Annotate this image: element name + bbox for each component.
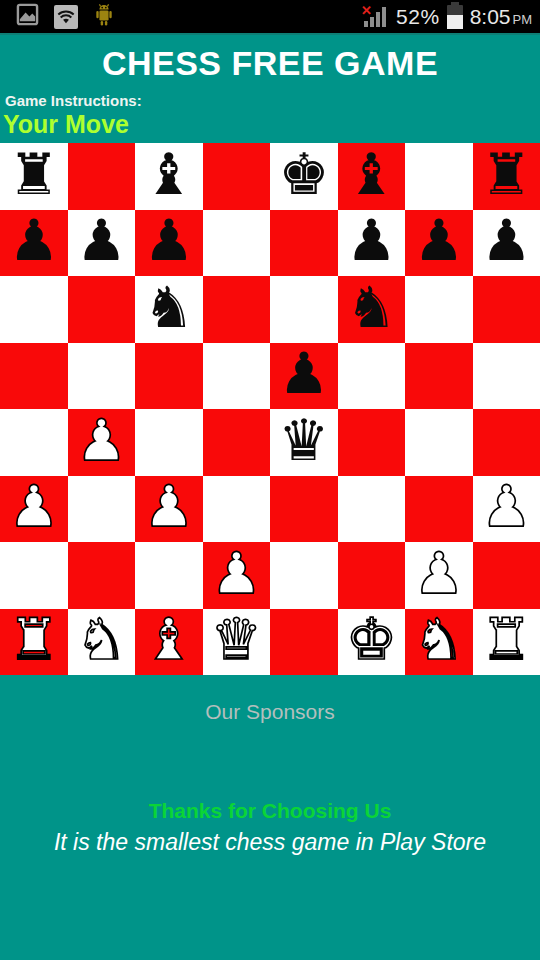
square-f4[interactable] [338, 409, 406, 476]
piece-black-pawn[interactable]: ♟ [143, 212, 194, 269]
square-e1[interactable] [270, 609, 338, 676]
square-g4[interactable] [405, 409, 473, 476]
android-icon [93, 3, 115, 31]
square-h8[interactable]: ♜ [473, 143, 540, 210]
square-h5[interactable] [473, 343, 540, 410]
square-c8[interactable]: ♝ [135, 143, 203, 210]
clock-ampm: PM [513, 12, 533, 27]
square-f2[interactable] [338, 542, 406, 609]
piece-black-knight[interactable]: ♞ [143, 279, 194, 336]
square-b3[interactable] [68, 476, 136, 543]
app-screen: ✕ 52% 8:05PM CHESS FREE GAME Game Instru… [0, 0, 540, 960]
square-c4[interactable] [135, 409, 203, 476]
piece-white-bishop[interactable]: ♝ [143, 611, 194, 668]
square-e8[interactable]: ♚ [270, 143, 338, 210]
square-e2[interactable] [270, 542, 338, 609]
square-g6[interactable] [405, 276, 473, 343]
sponsors-label: Our Sponsors [0, 700, 540, 724]
square-g1[interactable]: ♞ [405, 609, 473, 676]
piece-black-pawn[interactable]: ♟ [8, 212, 59, 269]
square-e5[interactable]: ♟ [270, 343, 338, 410]
piece-black-pawn[interactable]: ♟ [481, 212, 532, 269]
square-f8[interactable]: ♝ [338, 143, 406, 210]
battery-icon [447, 5, 463, 29]
square-d5[interactable] [203, 343, 271, 410]
square-e7[interactable] [270, 210, 338, 277]
square-h1[interactable]: ♜ [473, 609, 540, 676]
square-h4[interactable] [473, 409, 540, 476]
tagline-message: It is the smallest chess game in Play St… [0, 829, 540, 856]
square-h6[interactable] [473, 276, 540, 343]
square-a1[interactable]: ♜ [0, 609, 68, 676]
square-c2[interactable] [135, 542, 203, 609]
square-b2[interactable] [68, 542, 136, 609]
square-e6[interactable] [270, 276, 338, 343]
square-h2[interactable] [473, 542, 540, 609]
square-b7[interactable]: ♟ [68, 210, 136, 277]
square-a6[interactable] [0, 276, 68, 343]
square-h3[interactable]: ♟ [473, 476, 540, 543]
square-f5[interactable] [338, 343, 406, 410]
square-c1[interactable]: ♝ [135, 609, 203, 676]
square-g2[interactable]: ♟ [405, 542, 473, 609]
piece-black-pawn[interactable]: ♟ [413, 212, 464, 269]
square-a3[interactable]: ♟ [0, 476, 68, 543]
square-a4[interactable] [0, 409, 68, 476]
square-d6[interactable] [203, 276, 271, 343]
piece-black-queen[interactable]: ♛ [278, 412, 329, 469]
piece-white-queen[interactable]: ♛ [211, 611, 262, 668]
square-f3[interactable] [338, 476, 406, 543]
no-signal-x-icon: ✕ [361, 3, 372, 18]
square-g5[interactable] [405, 343, 473, 410]
status-bar: ✕ 52% 8:05PM [0, 0, 540, 35]
piece-white-pawn[interactable]: ♟ [413, 545, 464, 602]
gallery-icon [16, 3, 39, 30]
piece-white-rook[interactable]: ♜ [8, 611, 59, 668]
square-a2[interactable] [0, 542, 68, 609]
square-a7[interactable]: ♟ [0, 210, 68, 277]
square-f1[interactable]: ♚ [338, 609, 406, 676]
piece-white-king[interactable]: ♚ [346, 611, 397, 668]
chess-board[interactable]: ♜♝♚♝♜♟♟♟♟♟♟♞♞♟♟♛♟♟♟♟♟♜♞♝♛♚♞♜ [0, 143, 540, 675]
square-c7[interactable]: ♟ [135, 210, 203, 277]
square-c3[interactable]: ♟ [135, 476, 203, 543]
game-instructions-label: Game Instructions: [5, 92, 142, 109]
piece-white-knight[interactable]: ♞ [413, 611, 464, 668]
piece-white-pawn[interactable]: ♟ [76, 412, 127, 469]
square-d2[interactable]: ♟ [203, 542, 271, 609]
piece-black-pawn[interactable]: ♟ [346, 212, 397, 269]
square-g8[interactable] [405, 143, 473, 210]
piece-white-rook[interactable]: ♜ [481, 611, 532, 668]
piece-white-pawn[interactable]: ♟ [211, 545, 262, 602]
square-g7[interactable]: ♟ [405, 210, 473, 277]
piece-black-rook[interactable]: ♜ [8, 146, 59, 203]
square-d4[interactable] [203, 409, 271, 476]
square-e3[interactable] [270, 476, 338, 543]
square-e4[interactable]: ♛ [270, 409, 338, 476]
piece-black-king[interactable]: ♚ [278, 146, 329, 203]
piece-black-bishop[interactable]: ♝ [143, 146, 194, 203]
square-b6[interactable] [68, 276, 136, 343]
piece-white-knight[interactable]: ♞ [76, 611, 127, 668]
piece-black-rook[interactable]: ♜ [481, 146, 532, 203]
square-d3[interactable] [203, 476, 271, 543]
square-h7[interactable]: ♟ [473, 210, 540, 277]
clock-time: 8:05PM [470, 5, 532, 29]
square-a8[interactable]: ♜ [0, 143, 68, 210]
piece-black-pawn[interactable]: ♟ [278, 345, 329, 402]
piece-white-pawn[interactable]: ♟ [143, 478, 194, 535]
piece-black-knight[interactable]: ♞ [346, 279, 397, 336]
wifi-icon [54, 5, 78, 29]
square-b8[interactable] [68, 143, 136, 210]
thanks-message: Thanks for Choosing Us [0, 799, 540, 823]
square-b1[interactable]: ♞ [68, 609, 136, 676]
square-d7[interactable] [203, 210, 271, 277]
square-d8[interactable] [203, 143, 271, 210]
square-c6[interactable]: ♞ [135, 276, 203, 343]
square-f6[interactable]: ♞ [338, 276, 406, 343]
signal-icon: ✕ [363, 5, 389, 29]
turn-status-text: Your Move [3, 110, 129, 139]
square-d1[interactable]: ♛ [203, 609, 271, 676]
square-b5[interactable] [68, 343, 136, 410]
piece-white-pawn[interactable]: ♟ [8, 478, 59, 535]
square-b4[interactable]: ♟ [68, 409, 136, 476]
piece-black-pawn[interactable]: ♟ [76, 212, 127, 269]
square-a5[interactable] [0, 343, 68, 410]
square-g3[interactable] [405, 476, 473, 543]
page-title: CHESS FREE GAME [0, 44, 540, 83]
square-f7[interactable]: ♟ [338, 210, 406, 277]
piece-white-pawn[interactable]: ♟ [481, 478, 532, 535]
piece-black-bishop[interactable]: ♝ [346, 146, 397, 203]
square-c5[interactable] [135, 343, 203, 410]
battery-percent: 52% [396, 5, 440, 29]
